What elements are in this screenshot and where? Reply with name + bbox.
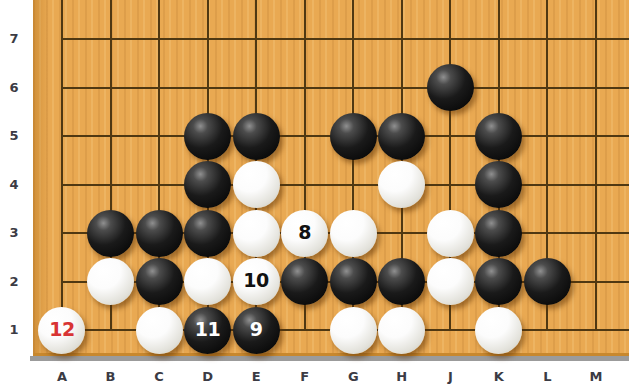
column-label-A: A [51,368,73,386]
stone-layer: 81012119 [38,15,621,355]
stone-black-C3 [136,210,183,257]
row-label-3: 3 [0,224,28,242]
stone-white-B2 [87,258,134,305]
column-label-C: C [148,368,170,386]
row-label-4: 4 [0,176,28,194]
move-number-11: 11 [195,320,220,339]
stone-black-D3 [184,210,231,257]
stone-black-J6 [427,64,474,111]
column-label-F: F [294,368,316,386]
column-label-K: K [488,368,510,386]
stone-black-H2 [378,258,425,305]
stone-white-E3 [233,210,280,257]
stone-black-D5 [184,113,231,160]
stone-black-K5 [475,113,522,160]
row-label-6: 6 [0,79,28,97]
row-label-5: 5 [0,127,28,145]
column-label-H: H [391,368,413,386]
stone-white-J3 [427,210,474,257]
stone-black-D4 [184,161,231,208]
stone-white-G3 [330,210,377,257]
stone-white-J2 [427,258,474,305]
move-number-9: 9 [250,320,263,339]
column-label-J: J [439,368,461,386]
column-label-E: E [245,368,267,386]
column-label-G: G [342,368,364,386]
stone-white-D2 [184,258,231,305]
stone-black-H5 [378,113,425,160]
stone-black-K2 [475,258,522,305]
stone-black-F2 [281,258,328,305]
stone-black-K4 [475,161,522,208]
stone-black-E5 [233,113,280,160]
stone-black-G5 [330,113,377,160]
column-label-M: M [585,368,607,386]
stone-black-L2 [524,258,571,305]
stone-white-G1 [330,307,377,354]
stone-black-K3 [475,210,522,257]
stone-black-E1: 9 [233,307,280,354]
move-number-10: 10 [243,271,268,290]
stone-white-E4 [233,161,280,208]
move-number-8: 8 [298,223,311,242]
stone-white-E2: 10 [233,258,280,305]
column-label-B: B [100,368,122,386]
stone-white-H4 [378,161,425,208]
stone-white-F3: 8 [281,210,328,257]
column-label-D: D [197,368,219,386]
column-label-L: L [536,368,558,386]
stone-black-D1: 11 [184,307,231,354]
board-edge-shadow [30,356,629,361]
row-label-1: 1 [0,321,28,339]
stone-white-K1 [475,307,522,354]
stone-white-C1 [136,307,183,354]
row-label-2: 2 [0,273,28,291]
stone-white-H1 [378,307,425,354]
stone-black-B3 [87,210,134,257]
stone-black-G2 [330,258,377,305]
stone-white-A1: 12 [38,307,85,354]
row-label-7: 7 [0,30,28,48]
go-diagram: 81012119 1234567 ABCDEFGHJKLM [0,0,629,390]
move-number-12: 12 [49,320,74,339]
stone-black-C2 [136,258,183,305]
